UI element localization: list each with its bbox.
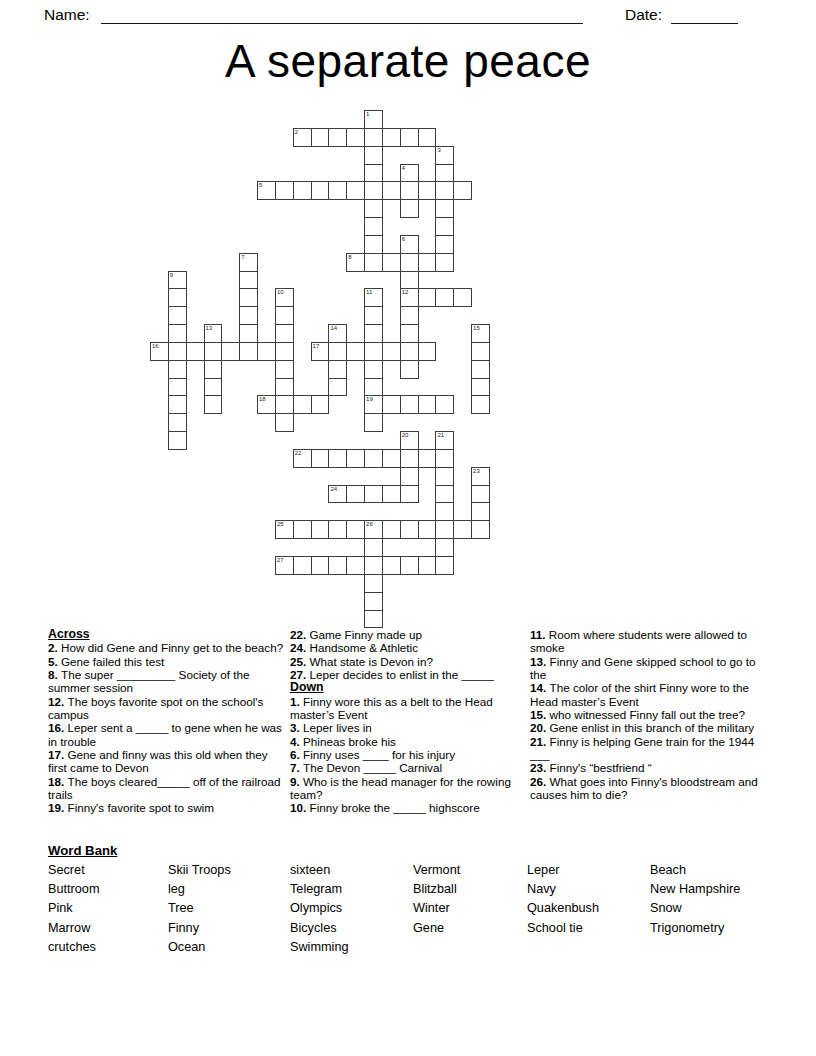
clue-item-number: 15.	[530, 708, 550, 721]
grid-cell[interactable]: 23	[471, 467, 490, 486]
grid-cell[interactable]: 22	[293, 449, 312, 468]
grid-cell[interactable]	[275, 181, 294, 200]
word-bank-word: Trigonometry	[650, 919, 740, 938]
grid-cell[interactable]	[400, 395, 419, 414]
grid-cell[interactable]	[453, 181, 472, 200]
grid-cell[interactable]	[328, 181, 347, 200]
clue-number: 22	[295, 450, 302, 457]
clue-number: 15	[473, 325, 480, 332]
word-bank-word: Buttroom	[48, 880, 99, 899]
word-bank-word: Pink	[48, 899, 99, 918]
grid-cell[interactable]	[418, 342, 437, 361]
grid-cell[interactable]: 24	[328, 485, 347, 504]
clue-item: 9. Who is the head manager for the rowin…	[290, 775, 526, 802]
grid-cell[interactable]	[471, 520, 490, 539]
grid-cell[interactable]	[364, 164, 383, 183]
grid-cell[interactable]	[346, 556, 365, 575]
clue-item: 8. The super _________ Society of the su…	[48, 668, 288, 695]
grid-cell[interactable]	[418, 520, 437, 539]
grid-cell[interactable]	[382, 253, 401, 272]
word-bank-word: Finny	[168, 919, 231, 938]
clue-item-number: 7.	[290, 761, 303, 774]
grid-cell[interactable]	[435, 199, 454, 218]
grid-cell[interactable]	[275, 413, 294, 432]
grid-cell[interactable]	[382, 520, 401, 539]
grid-cell[interactable]: 5	[257, 181, 276, 200]
grid-cell[interactable]	[364, 146, 383, 165]
grid-cell[interactable]	[364, 253, 383, 272]
grid-cell[interactable]	[239, 342, 258, 361]
grid-cell[interactable]	[400, 128, 419, 147]
grid-cell[interactable]	[364, 324, 383, 343]
grid-cell[interactable]	[364, 378, 383, 397]
word-bank-word: Tree	[168, 899, 231, 918]
grid-cell[interactable]	[471, 378, 490, 397]
grid-cell[interactable]	[400, 253, 419, 272]
clue-number: 14	[330, 325, 337, 332]
grid-cell[interactable]	[364, 538, 383, 557]
grid-cell[interactable]	[400, 520, 419, 539]
clue-number: 24	[330, 486, 337, 493]
down-header: Down	[290, 681, 526, 694]
grid-cell[interactable]	[293, 181, 312, 200]
clue-number: 1	[366, 111, 369, 118]
grid-cell[interactable]	[400, 556, 419, 575]
clues-column-1: Across2. How did Gene and Finny get to t…	[48, 628, 288, 815]
word-bank-word: crutches	[48, 938, 99, 957]
grid-cell[interactable]	[239, 288, 258, 307]
word-bank-word: School tie	[527, 919, 599, 938]
clue-number: 19	[366, 396, 373, 403]
grid-cell[interactable]: 20	[400, 431, 419, 450]
grid-cell[interactable]	[275, 360, 294, 379]
word-bank-header: Word Bank	[48, 843, 117, 858]
clue-item-number: 13.	[530, 655, 550, 668]
grid-cell[interactable]	[311, 128, 330, 147]
clue-item-number: 24.	[290, 641, 310, 654]
word-bank-word: Gene	[413, 919, 460, 938]
grid-cell[interactable]	[435, 164, 454, 183]
grid-cell[interactable]	[400, 181, 419, 200]
clue-item: 19. Finny's favorite spot to swim	[48, 801, 288, 814]
word-bank-column: Skii TroopslegTreeFinnyOcean	[168, 861, 231, 957]
worksheet-page: Name: Date: A separate peace 12345678910…	[0, 0, 816, 1056]
grid-cell[interactable]	[239, 271, 258, 290]
grid-cell[interactable]: 12	[400, 288, 419, 307]
grid-cell[interactable]	[453, 520, 472, 539]
grid-cell[interactable]	[346, 449, 365, 468]
grid-cell[interactable]	[418, 253, 437, 272]
grid-cell[interactable]	[168, 431, 187, 450]
clue-item: 17. Gene and finny was this old when the…	[48, 748, 288, 775]
clue-item: 4. Phineas broke his	[290, 735, 526, 748]
word-bank-word: Skii Troops	[168, 861, 231, 880]
grid-cell[interactable]	[471, 502, 490, 521]
grid-cell[interactable]: 3	[435, 146, 454, 165]
grid-cell[interactable]	[400, 306, 419, 325]
word-bank-word: Secret	[48, 861, 99, 880]
clue-item: 16. Leper sent a _____ to gene when he w…	[48, 721, 288, 748]
grid-cell[interactable]	[239, 324, 258, 343]
grid-cell[interactable]: 14	[328, 324, 347, 343]
clue-number: 12	[402, 289, 409, 296]
grid-cell[interactable]: 11	[364, 288, 383, 307]
clue-item-number: 12.	[48, 695, 68, 708]
clue-item: 13. Finny and Gene skipped school to go …	[530, 655, 770, 682]
grid-cell[interactable]	[435, 538, 454, 557]
grid-cell[interactable]	[364, 485, 383, 504]
clue-item-number: 18.	[48, 775, 68, 788]
grid-cell[interactable]	[328, 556, 347, 575]
clue-number: 2	[295, 129, 298, 136]
clue-item-number: 17.	[48, 748, 68, 761]
grid-cell[interactable]	[239, 306, 258, 325]
grid-cell[interactable]	[382, 485, 401, 504]
clue-item-number: 2.	[48, 641, 61, 654]
grid-cell[interactable]	[364, 556, 383, 575]
grid-cell[interactable]	[418, 556, 437, 575]
grid-cell[interactable]	[471, 485, 490, 504]
word-bank-column: sixteenTelegramOlympicsBicyclesSwimming	[290, 861, 349, 957]
grid-cell[interactable]	[435, 485, 454, 504]
grid-cell[interactable]	[418, 449, 437, 468]
grid-cell[interactable]	[364, 235, 383, 254]
word-bank-word: Olympics	[290, 899, 349, 918]
word-bank-column: LeperNavyQuakenbushSchool tie	[527, 861, 599, 938]
clue-item-number: 3.	[290, 721, 303, 734]
grid-cell[interactable]	[311, 395, 330, 414]
grid-cell[interactable]	[221, 342, 240, 361]
grid-cell[interactable]: 1	[364, 110, 383, 129]
grid-cell[interactable]	[168, 306, 187, 325]
name-fill-line[interactable]	[101, 2, 583, 24]
clue-item: 18. The boys cleared_____ off of the rai…	[48, 775, 288, 802]
grid-cell[interactable]	[400, 199, 419, 218]
clue-item: 22. Game Finny made up	[290, 628, 526, 641]
word-bank-word: Beach	[650, 861, 740, 880]
grid-cell[interactable]	[364, 449, 383, 468]
word-bank-word: leg	[168, 880, 231, 899]
clue-number: 23	[473, 468, 480, 475]
grid-cell[interactable]	[186, 342, 205, 361]
grid-cell[interactable]	[435, 520, 454, 539]
grid-cell[interactable]	[346, 342, 365, 361]
clue-number: 18	[259, 396, 266, 403]
grid-cell[interactable]	[400, 342, 419, 361]
clue-item-number: 11.	[530, 628, 549, 641]
grid-cell[interactable]	[382, 128, 401, 147]
grid-cell[interactable]	[364, 128, 383, 147]
clues-column-3: 11. Room where students were allowed to …	[530, 628, 770, 801]
grid-cell[interactable]	[418, 288, 437, 307]
grid-cell[interactable]	[311, 449, 330, 468]
clue-item-number: 1.	[290, 695, 303, 708]
grid-cell[interactable]	[364, 413, 383, 432]
grid-cell[interactable]	[453, 288, 472, 307]
clue-item: 6. Finny uses ____ for his injury	[290, 748, 526, 761]
grid-cell[interactable]: 21	[435, 431, 454, 450]
grid-cell[interactable]	[275, 306, 294, 325]
grid-cell[interactable]	[346, 485, 365, 504]
clue-number: 27	[277, 557, 284, 564]
grid-cell[interactable]	[328, 378, 347, 397]
grid-cell[interactable]: 15	[471, 324, 490, 343]
word-bank-word: Quakenbush	[527, 899, 599, 918]
grid-cell[interactable]	[435, 502, 454, 521]
grid-cell[interactable]	[364, 181, 383, 200]
grid-cell[interactable]	[382, 449, 401, 468]
grid-cell[interactable]: 6	[400, 235, 419, 254]
clue-item-number: 16.	[48, 721, 68, 734]
grid-cell[interactable]	[275, 324, 294, 343]
grid-cell[interactable]	[435, 235, 454, 254]
grid-cell[interactable]	[435, 253, 454, 272]
grid-cell[interactable]	[328, 520, 347, 539]
date-fill-line[interactable]	[671, 2, 738, 24]
grid-cell[interactable]	[364, 610, 383, 629]
grid-cell[interactable]	[435, 467, 454, 486]
grid-cell[interactable]	[364, 360, 383, 379]
grid-cell[interactable]	[311, 181, 330, 200]
clue-item: 14. The color of the shirt Finny wore to…	[530, 681, 770, 708]
clue-item: 23. Finny's “bestfriend “	[530, 761, 770, 774]
date-label: Date:	[625, 6, 662, 24]
grid-cell[interactable]	[328, 128, 347, 147]
word-bank-word: Vermont	[413, 861, 460, 880]
clue-item: 20. Gene enlist in this branch of the mi…	[530, 721, 770, 734]
clue-number: 17	[313, 343, 320, 350]
grid-cell[interactable]	[346, 128, 365, 147]
grid-cell[interactable]: 17	[311, 342, 330, 361]
clue-item: 27. Leper decides to enlist in the _____	[290, 668, 526, 681]
grid-cell[interactable]	[400, 324, 419, 343]
grid-cell[interactable]: 8	[346, 253, 365, 272]
clue-item-number: 20.	[530, 721, 550, 734]
clue-item-number: 10.	[290, 801, 310, 814]
word-bank-word: Bicycles	[290, 919, 349, 938]
grid-cell[interactable]: 4	[400, 164, 419, 183]
clue-number: 25	[277, 521, 284, 528]
grid-cell[interactable]	[400, 449, 419, 468]
grid-cell[interactable]: 2	[293, 128, 312, 147]
clue-item: 10. Finny broke the _____ highscore	[290, 801, 526, 814]
grid-cell[interactable]	[168, 324, 187, 343]
grid-cell[interactable]	[275, 378, 294, 397]
grid-cell[interactable]	[435, 449, 454, 468]
clue-item-number: 27.	[290, 668, 310, 681]
grid-cell[interactable]	[435, 217, 454, 236]
grid-cell[interactable]	[168, 378, 187, 397]
grid-cell[interactable]	[471, 342, 490, 361]
grid-cell[interactable]	[346, 520, 365, 539]
clue-item: 12. The boys favorite spot on the school…	[48, 695, 288, 722]
clue-number: 10	[277, 289, 284, 296]
grid-cell[interactable]	[364, 217, 383, 236]
grid-cell[interactable]: 10	[275, 288, 294, 307]
clue-item: 25. What state is Devon in?	[290, 655, 526, 668]
grid-cell[interactable]	[364, 592, 383, 611]
grid-cell[interactable]	[204, 395, 223, 414]
grid-cell[interactable]	[435, 556, 454, 575]
grid-cell[interactable]	[382, 181, 401, 200]
clues-column-2: 22. Game Finny made up24. Handsome & Ath…	[290, 628, 526, 815]
grid-cell[interactable]	[435, 395, 454, 414]
word-bank-word: Swimming	[290, 938, 349, 957]
grid-cell[interactable]	[435, 288, 454, 307]
clue-number: 5	[259, 182, 262, 189]
grid-cell[interactable]	[275, 342, 294, 361]
clue-item-number: 19.	[48, 801, 68, 814]
clue-item: 7. The Devon _____ Carnival	[290, 761, 526, 774]
clue-item-number: 26.	[530, 775, 550, 788]
crossword-grid: 1234567891011121314151617181920212223242…	[150, 110, 490, 628]
clue-item: 21. Finny is helping Gene train for the …	[530, 735, 770, 762]
grid-cell[interactable]	[400, 485, 419, 504]
word-bank-word: Marrow	[48, 919, 99, 938]
clue-item: 26. What goes into Finny's bloodstream a…	[530, 775, 770, 802]
clue-number: 16	[152, 343, 159, 350]
word-bank-word: Winter	[413, 899, 460, 918]
clue-item-number: 9.	[290, 775, 303, 788]
clue-item-number: 14.	[530, 681, 550, 694]
word-bank-column: SecretButtroomPinkMarrowcrutches	[48, 861, 99, 957]
grid-cell[interactable]	[400, 467, 419, 486]
grid-cell[interactable]	[168, 413, 187, 432]
grid-cell[interactable]	[418, 181, 437, 200]
grid-cell[interactable]	[328, 449, 347, 468]
name-label: Name:	[44, 6, 90, 24]
grid-cell[interactable]	[471, 360, 490, 379]
grid-cell[interactable]	[382, 556, 401, 575]
grid-cell[interactable]	[364, 342, 383, 361]
grid-cell[interactable]	[204, 360, 223, 379]
clue-item-number: 8.	[48, 668, 61, 681]
grid-cell[interactable]	[400, 360, 419, 379]
grid-cell[interactable]	[293, 556, 312, 575]
grid-cell[interactable]	[382, 342, 401, 361]
grid-cell[interactable]	[168, 342, 187, 361]
clue-item: 11. Room where students were allowed to …	[530, 628, 770, 655]
word-bank-word: Ocean	[168, 938, 231, 957]
grid-cell[interactable]: 27	[275, 556, 294, 575]
word-bank-word: Snow	[650, 899, 740, 918]
clue-number: 3	[437, 147, 440, 154]
grid-cell[interactable]	[328, 342, 347, 361]
clue-number: 13	[206, 325, 213, 332]
grid-cell[interactable]	[204, 342, 223, 361]
grid-cell[interactable]	[311, 520, 330, 539]
word-bank-column: VermontBlitzballWinterGene	[413, 861, 460, 938]
clue-number: 26	[366, 521, 373, 528]
clue-number: 21	[437, 432, 444, 439]
across-header: Across	[48, 628, 288, 641]
word-bank-column: BeachNew HampshireSnowTrigonometry	[650, 861, 740, 938]
grid-cell[interactable]	[328, 360, 347, 379]
grid-cell[interactable]	[168, 360, 187, 379]
grid-cell[interactable]	[400, 271, 419, 290]
grid-cell[interactable]	[168, 395, 187, 414]
grid-cell[interactable]	[382, 395, 401, 414]
clue-item-number: 25.	[290, 655, 310, 668]
grid-cell[interactable]	[364, 574, 383, 593]
word-bank-word: sixteen	[290, 861, 349, 880]
word-bank-word: Telegram	[290, 880, 349, 899]
grid-cell[interactable]: 18	[257, 395, 276, 414]
grid-cell[interactable]	[418, 395, 437, 414]
clue-item: 3. Leper lives in	[290, 721, 526, 734]
grid-cell[interactable]	[293, 395, 312, 414]
word-bank-word: Leper	[527, 861, 599, 880]
clue-number: 9	[170, 272, 173, 279]
clue-item: 1. Finny wore this as a belt to the Head…	[290, 695, 526, 722]
grid-cell[interactable]	[435, 181, 454, 200]
clue-number: 8	[348, 254, 351, 261]
grid-cell[interactable]	[293, 520, 312, 539]
word-bank-word: New Hampshire	[650, 880, 740, 899]
grid-cell[interactable]: 26	[364, 520, 383, 539]
word-bank-word: Blitzball	[413, 880, 460, 899]
clue-number: 11	[366, 289, 372, 296]
grid-cell[interactable]	[257, 342, 276, 361]
grid-cell[interactable]: 9	[168, 271, 187, 290]
clue-item-number: 23.	[530, 761, 550, 774]
grid-cell[interactable]: 25	[275, 520, 294, 539]
clue-item-number: 21.	[530, 735, 550, 748]
grid-cell[interactable]: 16	[150, 342, 169, 361]
clue-number: 7	[241, 254, 244, 261]
clue-item-number: 5.	[48, 655, 61, 668]
clue-item-number: 22.	[290, 628, 310, 641]
grid-cell[interactable]	[311, 556, 330, 575]
clue-number: 4	[402, 165, 405, 172]
word-bank: SecretButtroomPinkMarrowcrutchesSkii Tro…	[48, 861, 778, 961]
grid-cell[interactable]	[204, 378, 223, 397]
clue-item: 5. Gene failed this test	[48, 655, 288, 668]
grid-cell[interactable]: 7	[239, 253, 258, 272]
clue-item-number: 6.	[290, 748, 303, 761]
clue-item: 2. How did Gene and Finny get to the bea…	[48, 641, 288, 654]
grid-cell[interactable]	[168, 288, 187, 307]
grid-cell[interactable]: 13	[204, 324, 223, 343]
clue-item: 15. who witnessed Finny fall out the tre…	[530, 708, 770, 721]
grid-cell[interactable]	[346, 181, 365, 200]
grid-cell[interactable]	[364, 306, 383, 325]
grid-cell[interactable]	[275, 395, 294, 414]
clue-number: 20	[402, 432, 409, 439]
puzzle-title: A separate peace	[0, 34, 816, 88]
clue-number: 6	[402, 236, 405, 243]
clue-item: 24. Handsome & Athletic	[290, 641, 526, 654]
grid-cell[interactable]: 19	[364, 395, 383, 414]
grid-cell[interactable]	[364, 199, 383, 218]
grid-cell[interactable]	[471, 395, 490, 414]
word-bank-word: Navy	[527, 880, 599, 899]
grid-cell[interactable]	[418, 128, 437, 147]
clue-item-number: 4.	[290, 735, 303, 748]
